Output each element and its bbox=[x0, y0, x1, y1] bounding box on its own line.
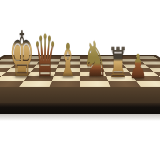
piece-rook[interactable]: ♜ bbox=[107, 42, 129, 84]
pieces-layer: ♚♛♝♞♜♟ bbox=[0, 0, 160, 160]
piece-knight[interactable]: ♞ bbox=[82, 35, 108, 84]
piece-queen[interactable]: ♛ bbox=[33, 27, 57, 85]
piece-bishop[interactable]: ♝ bbox=[58, 38, 79, 84]
chess-set-photo: ♚♛♝♞♜♟ bbox=[0, 0, 160, 160]
piece-king[interactable]: ♚ bbox=[9, 24, 35, 87]
piece-pawn[interactable]: ♟ bbox=[129, 50, 148, 83]
